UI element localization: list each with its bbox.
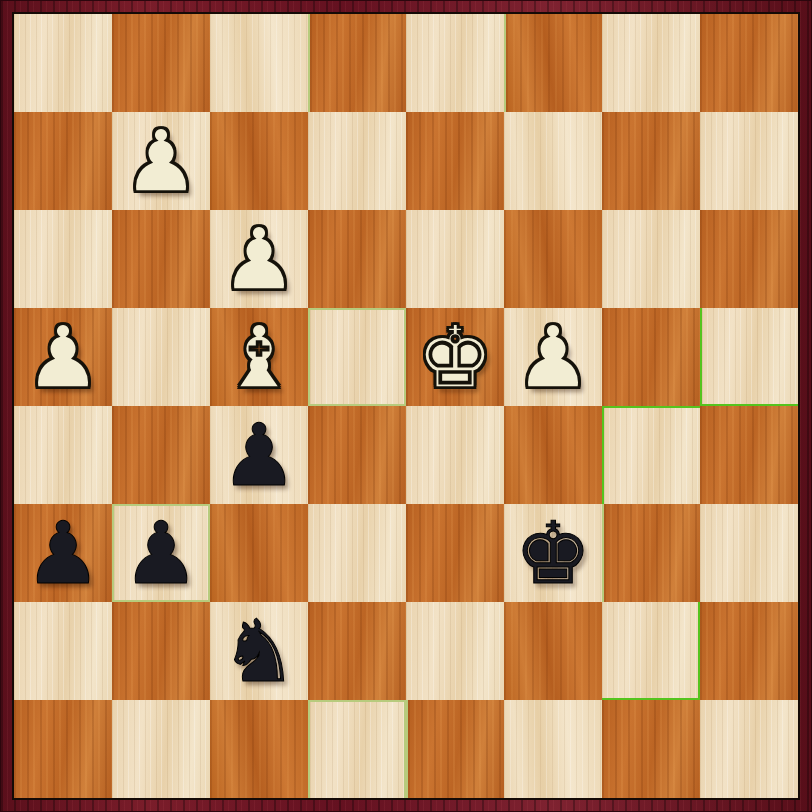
square-d1[interactable] (308, 700, 406, 798)
white-pawn-f5[interactable]: ♟ (504, 308, 602, 406)
square-b4[interactable] (112, 406, 210, 504)
square-f1[interactable] (504, 700, 602, 798)
white-pawn-c6[interactable]: ♟ (210, 210, 308, 308)
square-a4[interactable] (14, 406, 112, 504)
board-frame: ♟♟♟♝♚♟♟♟♟♚♞ (0, 0, 812, 812)
black-pawn-b3[interactable]: ♟ (114, 506, 208, 600)
square-b1[interactable] (112, 700, 210, 798)
square-f3[interactable]: ♚ (504, 504, 602, 602)
chess-board: ♟♟♟♝♚♟♟♟♟♚♞ (12, 12, 800, 800)
square-g1[interactable] (602, 700, 700, 798)
square-h7[interactable] (700, 112, 798, 210)
square-c3[interactable] (210, 504, 308, 602)
white-pawn-a5[interactable]: ♟ (14, 308, 112, 406)
square-e3[interactable] (406, 504, 504, 602)
square-a6[interactable] (14, 210, 112, 308)
square-f6[interactable] (504, 210, 602, 308)
square-e4[interactable] (406, 406, 504, 504)
square-c6[interactable]: ♟ (210, 210, 308, 308)
square-e5[interactable]: ♚ (406, 308, 504, 406)
black-pawn-c4[interactable]: ♟ (210, 406, 308, 504)
square-a7[interactable] (14, 112, 112, 210)
square-d4[interactable] (308, 406, 406, 504)
square-d2[interactable] (308, 602, 406, 700)
white-bishop-c5[interactable]: ♝ (210, 308, 308, 406)
square-e7[interactable] (406, 112, 504, 210)
square-h2[interactable] (700, 602, 798, 700)
square-h8[interactable] (700, 14, 798, 112)
square-h3[interactable] (700, 504, 798, 602)
white-king-e5[interactable]: ♚ (406, 308, 504, 406)
square-h6[interactable] (700, 210, 798, 308)
square-c1[interactable] (210, 700, 308, 798)
square-d8[interactable] (308, 14, 406, 112)
square-f8[interactable] (504, 14, 602, 112)
square-f5[interactable]: ♟ (504, 308, 602, 406)
square-f4[interactable] (504, 406, 602, 504)
square-a2[interactable] (14, 602, 112, 700)
square-a5[interactable]: ♟ (14, 308, 112, 406)
black-king-f3[interactable]: ♚ (504, 504, 602, 602)
square-c7[interactable] (210, 112, 308, 210)
square-d6[interactable] (308, 210, 406, 308)
square-e6[interactable] (406, 210, 504, 308)
square-b8[interactable] (112, 14, 210, 112)
square-d3[interactable] (308, 504, 406, 602)
square-c2[interactable]: ♞ (210, 602, 308, 700)
square-g4[interactable] (602, 406, 700, 504)
square-f7[interactable] (504, 112, 602, 210)
square-e2[interactable] (406, 602, 504, 700)
square-f2[interactable] (504, 602, 602, 700)
chess-app-window: ♟♟♟♝♚♟♟♟♟♚♞ (0, 0, 812, 812)
square-c8[interactable] (210, 14, 308, 112)
square-b2[interactable] (112, 602, 210, 700)
black-pawn-a3[interactable]: ♟ (14, 504, 112, 602)
square-h5[interactable] (700, 308, 798, 406)
square-b6[interactable] (112, 210, 210, 308)
square-b5[interactable] (112, 308, 210, 406)
square-g7[interactable] (602, 112, 700, 210)
square-h1[interactable] (700, 700, 798, 798)
square-g5[interactable] (602, 308, 700, 406)
square-e8[interactable] (406, 14, 504, 112)
square-e1[interactable] (406, 700, 504, 798)
square-a8[interactable] (14, 14, 112, 112)
square-g3[interactable] (602, 504, 700, 602)
square-c5[interactable]: ♝ (210, 308, 308, 406)
square-g8[interactable] (602, 14, 700, 112)
square-g2[interactable] (602, 602, 700, 700)
square-b3[interactable]: ♟ (112, 504, 210, 602)
square-b7[interactable]: ♟ (112, 112, 210, 210)
square-d5[interactable] (308, 308, 406, 406)
square-c4[interactable]: ♟ (210, 406, 308, 504)
square-a3[interactable]: ♟ (14, 504, 112, 602)
black-knight-c2[interactable]: ♞ (210, 602, 308, 700)
white-pawn-b7[interactable]: ♟ (112, 112, 210, 210)
square-h4[interactable] (700, 406, 798, 504)
square-d7[interactable] (308, 112, 406, 210)
square-g6[interactable] (602, 210, 700, 308)
square-a1[interactable] (14, 700, 112, 798)
